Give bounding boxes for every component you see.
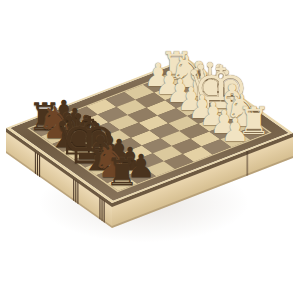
inlay-stripe [104,200,105,223]
fold-seam [246,150,248,176]
chess-set-photo: ♜♞♝♛♚♝♞♜♟♟♟♟♟♟♟♟♟♟♟♟♟♟♟♟♜♞♝♛♚♝♞♜ [0,0,300,300]
inlay-stripe [102,199,103,222]
inlay-stripe [75,180,76,203]
inlay-stripe [37,153,38,176]
inlay-stripe [73,179,74,202]
inlay-stripe [77,181,78,204]
inlay-stripe [99,197,100,220]
inlay-stripe [39,154,40,177]
inlay-stripe [35,151,36,174]
